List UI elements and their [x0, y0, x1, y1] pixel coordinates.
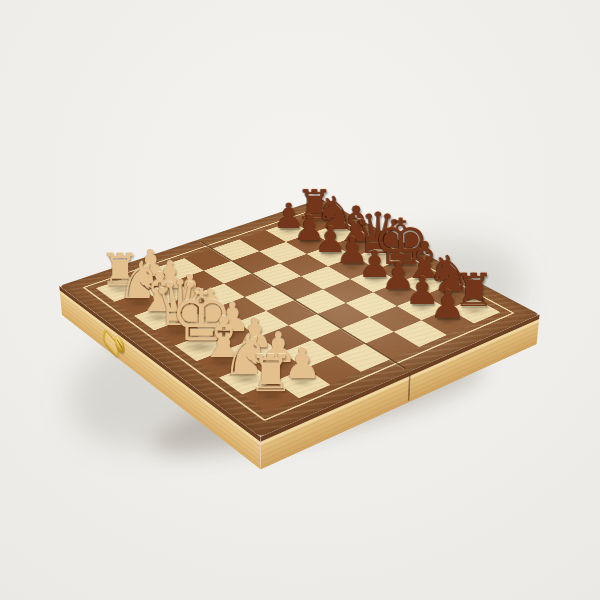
square-f5[interactable]	[318, 303, 370, 328]
square-f4[interactable]	[289, 314, 341, 340]
square-c1[interactable]	[134, 305, 185, 331]
square-f3[interactable]	[259, 325, 312, 352]
square-f2[interactable]	[228, 337, 282, 365]
square-g1[interactable]	[219, 365, 274, 395]
square-e1[interactable]	[175, 334, 228, 362]
square-e4[interactable]	[266, 300, 317, 325]
square-d2[interactable]	[185, 308, 237, 334]
square-h4[interactable]	[336, 344, 391, 372]
square-g3[interactable]	[282, 340, 336, 368]
square-d1[interactable]	[154, 319, 206, 346]
square-d3[interactable]	[215, 297, 266, 322]
square-h2[interactable]	[274, 368, 330, 398]
square-h8[interactable]	[448, 298, 500, 323]
square-h6[interactable]	[394, 320, 447, 347]
square-g4[interactable]	[312, 329, 365, 356]
fold-seam-side	[408, 375, 411, 401]
square-e3[interactable]	[237, 311, 289, 337]
product-photo-stage: ♜♞♝♛♚♝♞♜♟♟♟♟♟♟♟♟♟♟♟♟♟♟♟♟♜♞♝♛♚♝♞♜	[0, 0, 600, 600]
square-g2[interactable]	[251, 352, 306, 381]
square-h1[interactable]	[242, 381, 299, 412]
square-f1[interactable]	[196, 349, 250, 378]
square-g5[interactable]	[341, 317, 394, 343]
square-h7[interactable]	[421, 309, 474, 335]
square-h5[interactable]	[365, 332, 419, 359]
square-h3[interactable]	[306, 356, 361, 385]
square-g6[interactable]	[369, 306, 421, 332]
square-e2[interactable]	[206, 322, 259, 349]
